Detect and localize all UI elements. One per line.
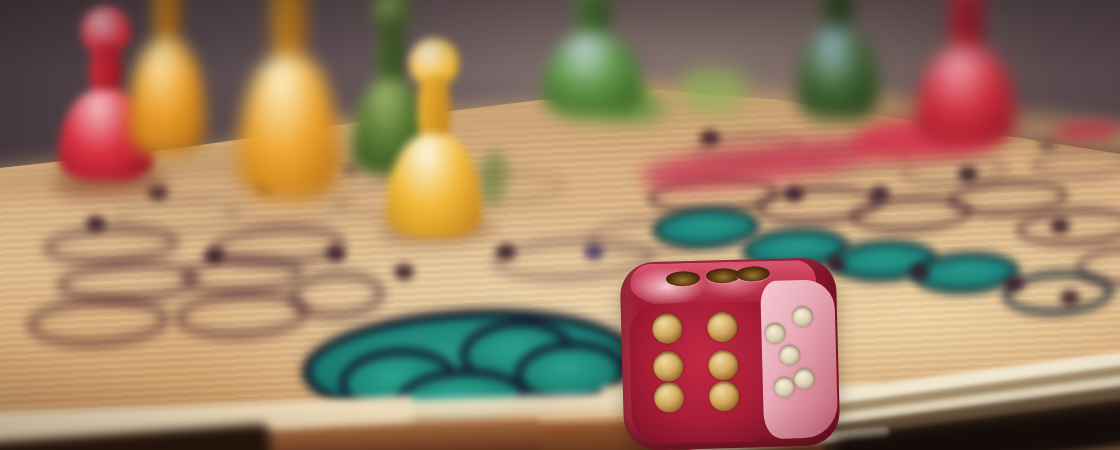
track-junction-dot xyxy=(870,186,890,202)
die-pip xyxy=(736,265,770,281)
track-space xyxy=(211,223,345,270)
pawn-body xyxy=(386,134,482,238)
pawn-body xyxy=(128,38,206,155)
die-pip xyxy=(666,270,700,286)
die-right-face-five xyxy=(760,279,838,439)
track-junction-dot xyxy=(826,256,846,272)
ludo-board-photo-scene: Blurred photo of a ludo board game: red,… xyxy=(0,0,1120,450)
die-pip xyxy=(653,351,684,382)
die-pip xyxy=(706,267,740,283)
yellow-pawn-front[interactable] xyxy=(386,38,482,238)
die-pip xyxy=(654,382,685,413)
track-junction-dot xyxy=(1060,290,1080,306)
track-space xyxy=(27,294,169,349)
die-pip xyxy=(773,376,795,398)
red-die[interactable] xyxy=(620,257,841,450)
green-tuft-2 xyxy=(678,68,748,112)
board-elements-layer xyxy=(0,0,1120,450)
yellow-pawn-back-1[interactable] xyxy=(128,0,206,155)
pawn-body xyxy=(797,26,879,120)
dark-green-pawn-right[interactable] xyxy=(797,0,879,120)
red-pawn-right[interactable] xyxy=(916,0,1016,145)
die-front-face-six xyxy=(629,301,769,445)
track-space xyxy=(175,289,309,342)
track-junction-dot xyxy=(204,248,224,264)
track-junction-dot xyxy=(700,130,720,146)
die-pip xyxy=(652,313,683,344)
track-junction-dot xyxy=(958,166,978,182)
track-junction-dot xyxy=(394,264,414,280)
die-pip xyxy=(708,350,739,381)
track-junction-dot xyxy=(910,264,930,280)
die-pip xyxy=(793,367,815,389)
track-junction-dot xyxy=(1050,218,1070,234)
track-space xyxy=(114,197,238,237)
pawn-body xyxy=(916,46,1016,145)
die-pip xyxy=(707,312,738,343)
die-pip xyxy=(791,305,813,327)
track-space xyxy=(289,270,385,321)
track-space xyxy=(57,258,199,305)
die-pip xyxy=(764,322,786,344)
track-junction-dot xyxy=(584,244,604,260)
pawn-body xyxy=(238,54,340,200)
pawn-body xyxy=(543,32,643,115)
track-junction-dot xyxy=(496,244,516,260)
track-junction-dot xyxy=(784,186,804,202)
yellow-pawn-back-2[interactable] xyxy=(238,0,340,200)
die-pip xyxy=(709,381,740,412)
green-pawn-center[interactable] xyxy=(543,0,643,115)
track-junction-dot xyxy=(1004,276,1024,292)
die-pip xyxy=(778,344,800,366)
track-junction-dot xyxy=(86,216,106,232)
track-junction-dot xyxy=(326,246,346,262)
